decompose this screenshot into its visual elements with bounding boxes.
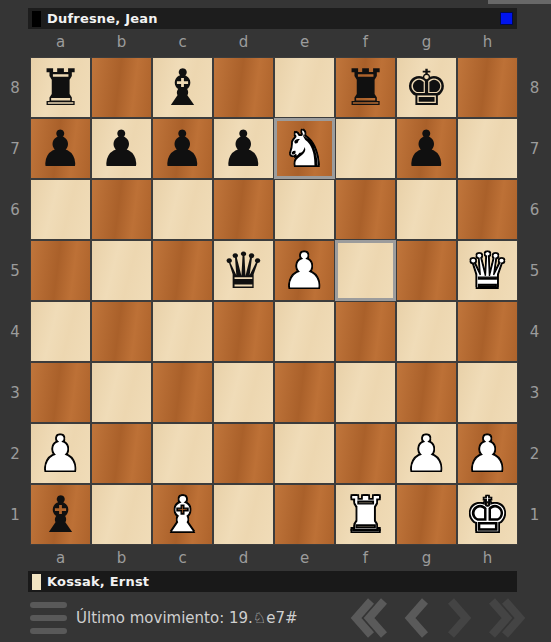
rank-label-5: 5: [518, 240, 551, 301]
square-d8[interactable]: [213, 57, 274, 118]
square-g3[interactable]: [396, 362, 457, 423]
piece-white-bishop[interactable]: ♝: [160, 490, 205, 540]
square-c3[interactable]: [152, 362, 213, 423]
square-a4[interactable]: [30, 301, 91, 362]
square-a7[interactable]: ♟: [30, 118, 91, 179]
square-c8[interactable]: ♝: [152, 57, 213, 118]
rank-label-3: 3: [0, 362, 30, 423]
bottom-player-bar: Kossak, Ernst: [28, 571, 517, 592]
square-e8[interactable]: [274, 57, 335, 118]
square-f7[interactable]: [335, 118, 396, 179]
piece-black-pawn[interactable]: ♟: [404, 124, 449, 174]
square-c2[interactable]: [152, 423, 213, 484]
go-last-button[interactable]: [487, 597, 527, 639]
square-d3[interactable]: [213, 362, 274, 423]
square-h6[interactable]: [457, 179, 518, 240]
square-b8[interactable]: [91, 57, 152, 118]
file-label-b: b: [91, 30, 152, 54]
white-color-indicator: [32, 574, 41, 590]
square-c4[interactable]: [152, 301, 213, 362]
piece-black-queen[interactable]: ♛: [221, 246, 266, 296]
square-a3[interactable]: [30, 362, 91, 423]
rank-label-8: 8: [518, 57, 551, 118]
file-label-g: g: [396, 546, 457, 570]
square-c1[interactable]: ♝: [152, 484, 213, 545]
square-g7[interactable]: ♟: [396, 118, 457, 179]
square-a2[interactable]: ♟: [30, 423, 91, 484]
rank-label-6: 6: [518, 179, 551, 240]
square-f6[interactable]: [335, 179, 396, 240]
piece-black-bishop[interactable]: ♝: [160, 63, 205, 113]
blue-square-icon[interactable]: [500, 12, 513, 25]
double-left-chevron-icon: [349, 597, 389, 639]
rank-label-2: 2: [518, 423, 551, 484]
square-a1[interactable]: ♝: [30, 484, 91, 545]
square-f5[interactable]: [335, 240, 396, 301]
piece-white-knight[interactable]: ♞: [282, 124, 327, 174]
piece-black-rook[interactable]: ♜: [38, 63, 83, 113]
piece-white-pawn[interactable]: ♟: [465, 429, 510, 479]
file-label-c: c: [152, 30, 213, 54]
move-navigation: [349, 596, 527, 640]
rank-labels-right: 87654321: [518, 57, 551, 545]
square-b4[interactable]: [91, 301, 152, 362]
square-b2[interactable]: [91, 423, 152, 484]
square-g2[interactable]: ♟: [396, 423, 457, 484]
square-f2[interactable]: [335, 423, 396, 484]
square-g5[interactable]: [396, 240, 457, 301]
square-g8[interactable]: ♚: [396, 57, 457, 118]
square-h7[interactable]: [457, 118, 518, 179]
square-h1[interactable]: ♚: [457, 484, 518, 545]
rank-label-6: 6: [0, 179, 30, 240]
top-right-strip: [488, 0, 551, 4]
square-f1[interactable]: ♜: [335, 484, 396, 545]
file-label-g: g: [396, 30, 457, 54]
square-e5[interactable]: ♟: [274, 240, 335, 301]
piece-black-king[interactable]: ♚: [404, 63, 449, 113]
square-d7[interactable]: ♟: [213, 118, 274, 179]
go-next-button[interactable]: [445, 597, 473, 639]
left-chevron-icon: [403, 597, 431, 639]
square-e2[interactable]: [274, 423, 335, 484]
square-g6[interactable]: [396, 179, 457, 240]
file-label-d: d: [213, 546, 274, 570]
square-e7[interactable]: ♞: [274, 118, 335, 179]
square-c6[interactable]: [152, 179, 213, 240]
square-b6[interactable]: [91, 179, 152, 240]
square-a5[interactable]: [30, 240, 91, 301]
square-e6[interactable]: [274, 179, 335, 240]
square-e3[interactable]: [274, 362, 335, 423]
top-player-name: Dufresne, Jean: [47, 11, 158, 26]
file-labels-top: abcdefgh: [30, 30, 518, 54]
square-b1[interactable]: [91, 484, 152, 545]
file-label-e: e: [274, 30, 335, 54]
piece-black-pawn[interactable]: ♟: [99, 124, 144, 174]
rank-label-7: 7: [518, 118, 551, 179]
square-h2[interactable]: ♟: [457, 423, 518, 484]
rank-label-8: 8: [0, 57, 30, 118]
rank-label-1: 1: [0, 484, 30, 545]
piece-black-pawn[interactable]: ♟: [160, 124, 205, 174]
black-color-indicator: [32, 11, 41, 27]
file-label-a: a: [30, 30, 91, 54]
menu-icon[interactable]: [30, 602, 67, 634]
piece-white-king[interactable]: ♚: [465, 490, 510, 540]
bottom-player-name: Kossak, Ernst: [47, 574, 149, 589]
chess-app: Dufresne, Jean abcdefgh 87654321 8765432…: [0, 0, 551, 642]
piece-black-rook[interactable]: ♜: [343, 63, 388, 113]
piece-white-pawn[interactable]: ♟: [404, 429, 449, 479]
square-d6[interactable]: [213, 179, 274, 240]
right-chevron-icon: [445, 597, 473, 639]
rank-labels-left: 87654321: [0, 57, 30, 545]
square-d5[interactable]: ♛: [213, 240, 274, 301]
controls-row: Último movimiento: 19.♘e7#: [0, 593, 551, 642]
square-f8[interactable]: ♜: [335, 57, 396, 118]
square-c7[interactable]: ♟: [152, 118, 213, 179]
piece-black-bishop[interactable]: ♝: [38, 490, 83, 540]
square-h4[interactable]: [457, 301, 518, 362]
rank-label-4: 4: [518, 301, 551, 362]
rank-label-4: 4: [0, 301, 30, 362]
square-g4[interactable]: [396, 301, 457, 362]
file-label-d: d: [213, 30, 274, 54]
square-d2[interactable]: [213, 423, 274, 484]
file-label-f: f: [335, 30, 396, 54]
square-b3[interactable]: [91, 362, 152, 423]
square-d4[interactable]: [213, 301, 274, 362]
square-e4[interactable]: [274, 301, 335, 362]
file-labels-bottom: abcdefgh: [30, 546, 518, 570]
file-label-c: c: [152, 546, 213, 570]
square-h8[interactable]: [457, 57, 518, 118]
square-g1[interactable]: [396, 484, 457, 545]
rank-label-5: 5: [0, 240, 30, 301]
file-label-a: a: [30, 546, 91, 570]
file-label-h: h: [457, 546, 518, 570]
square-a6[interactable]: [30, 179, 91, 240]
top-player-bar: Dufresne, Jean: [28, 8, 517, 29]
go-first-button[interactable]: [349, 597, 389, 639]
rank-label-7: 7: [0, 118, 30, 179]
piece-white-pawn[interactable]: ♟: [38, 429, 83, 479]
piece-black-pawn[interactable]: ♟: [38, 124, 83, 174]
rank-label-1: 1: [518, 484, 551, 545]
square-d1[interactable]: [213, 484, 274, 545]
square-f4[interactable]: [335, 301, 396, 362]
file-label-e: e: [274, 546, 335, 570]
rank-label-2: 2: [0, 423, 30, 484]
square-a8[interactable]: ♜: [30, 57, 91, 118]
file-label-f: f: [335, 546, 396, 570]
piece-black-pawn[interactable]: ♟: [221, 124, 266, 174]
double-right-chevron-icon: [487, 597, 527, 639]
square-b7[interactable]: ♟: [91, 118, 152, 179]
piece-white-queen[interactable]: ♛: [465, 246, 510, 296]
piece-white-rook[interactable]: ♜: [343, 490, 388, 540]
rank-label-3: 3: [518, 362, 551, 423]
file-label-h: h: [457, 30, 518, 54]
square-e1[interactable]: [274, 484, 335, 545]
file-label-b: b: [91, 546, 152, 570]
piece-white-pawn[interactable]: ♟: [282, 246, 327, 296]
square-f3[interactable]: [335, 362, 396, 423]
square-h3[interactable]: [457, 362, 518, 423]
chess-board: ♜♝♜♚♟♟♟♟♞♟♛♟♛♟♟♟♝♝♜♚: [30, 57, 518, 545]
square-b5[interactable]: [91, 240, 152, 301]
last-move-status: Último movimiento: 19.♘e7#: [76, 593, 298, 642]
square-h5[interactable]: ♛: [457, 240, 518, 301]
go-previous-button[interactable]: [403, 597, 431, 639]
square-c5[interactable]: [152, 240, 213, 301]
